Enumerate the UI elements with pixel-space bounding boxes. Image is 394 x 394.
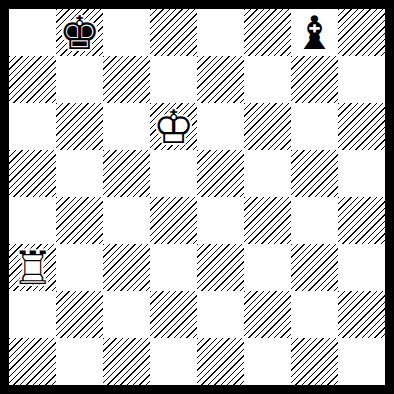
square-d2[interactable]: [150, 291, 197, 338]
square-e5[interactable]: [197, 150, 244, 197]
board-grid: ♚♚♝♝♚♔♜♖: [9, 9, 385, 385]
square-c3[interactable]: [103, 244, 150, 291]
square-a4[interactable]: [9, 197, 56, 244]
square-b5[interactable]: [56, 150, 103, 197]
square-g5[interactable]: [291, 150, 338, 197]
black-king-piece[interactable]: ♚♚: [56, 9, 103, 56]
square-f1[interactable]: [244, 338, 291, 385]
square-b4[interactable]: [56, 197, 103, 244]
black-king-glyph: ♚: [56, 9, 103, 56]
square-c7[interactable]: [103, 56, 150, 103]
square-a1[interactable]: [9, 338, 56, 385]
square-f3[interactable]: [244, 244, 291, 291]
square-b6[interactable]: [56, 103, 103, 150]
black-bishop-piece[interactable]: ♝♝: [291, 9, 338, 56]
square-e4[interactable]: [197, 197, 244, 244]
square-d4[interactable]: [150, 197, 197, 244]
square-f8[interactable]: [244, 9, 291, 56]
square-c8[interactable]: [103, 9, 150, 56]
square-e1[interactable]: [197, 338, 244, 385]
square-h4[interactable]: [338, 197, 385, 244]
square-b1[interactable]: [56, 338, 103, 385]
square-f6[interactable]: [244, 103, 291, 150]
square-c5[interactable]: [103, 150, 150, 197]
square-h3[interactable]: [338, 244, 385, 291]
square-e8[interactable]: [197, 9, 244, 56]
square-a2[interactable]: [9, 291, 56, 338]
square-d7[interactable]: [150, 56, 197, 103]
chess-board: ♚♚♝♝♚♔♜♖: [0, 0, 394, 394]
square-c4[interactable]: [103, 197, 150, 244]
white-king-piece[interactable]: ♚♔: [150, 103, 197, 150]
square-h6[interactable]: [338, 103, 385, 150]
square-f4[interactable]: [244, 197, 291, 244]
black-bishop-glyph: ♝: [291, 9, 338, 56]
square-e7[interactable]: [197, 56, 244, 103]
square-a7[interactable]: [9, 56, 56, 103]
square-a3[interactable]: ♜♖: [9, 244, 56, 291]
square-f5[interactable]: [244, 150, 291, 197]
square-d8[interactable]: [150, 9, 197, 56]
square-h7[interactable]: [338, 56, 385, 103]
square-g7[interactable]: [291, 56, 338, 103]
square-g8[interactable]: ♝♝: [291, 9, 338, 56]
square-a6[interactable]: [9, 103, 56, 150]
white-rook-piece[interactable]: ♜♖: [9, 244, 56, 291]
square-a8[interactable]: [9, 9, 56, 56]
white-king-glyph: ♔: [150, 103, 197, 150]
square-h8[interactable]: [338, 9, 385, 56]
square-b2[interactable]: [56, 291, 103, 338]
square-f2[interactable]: [244, 291, 291, 338]
square-e6[interactable]: [197, 103, 244, 150]
square-e2[interactable]: [197, 291, 244, 338]
square-h1[interactable]: [338, 338, 385, 385]
white-rook-glyph: ♖: [9, 244, 56, 291]
square-g1[interactable]: [291, 338, 338, 385]
square-g3[interactable]: [291, 244, 338, 291]
square-b3[interactable]: [56, 244, 103, 291]
square-e3[interactable]: [197, 244, 244, 291]
square-a5[interactable]: [9, 150, 56, 197]
square-b8[interactable]: ♚♚: [56, 9, 103, 56]
square-g6[interactable]: [291, 103, 338, 150]
square-c2[interactable]: [103, 291, 150, 338]
square-g4[interactable]: [291, 197, 338, 244]
square-d3[interactable]: [150, 244, 197, 291]
square-d6[interactable]: ♚♔: [150, 103, 197, 150]
square-b7[interactable]: [56, 56, 103, 103]
square-h2[interactable]: [338, 291, 385, 338]
square-d5[interactable]: [150, 150, 197, 197]
square-h5[interactable]: [338, 150, 385, 197]
square-c6[interactable]: [103, 103, 150, 150]
square-f7[interactable]: [244, 56, 291, 103]
square-d1[interactable]: [150, 338, 197, 385]
square-c1[interactable]: [103, 338, 150, 385]
square-g2[interactable]: [291, 291, 338, 338]
